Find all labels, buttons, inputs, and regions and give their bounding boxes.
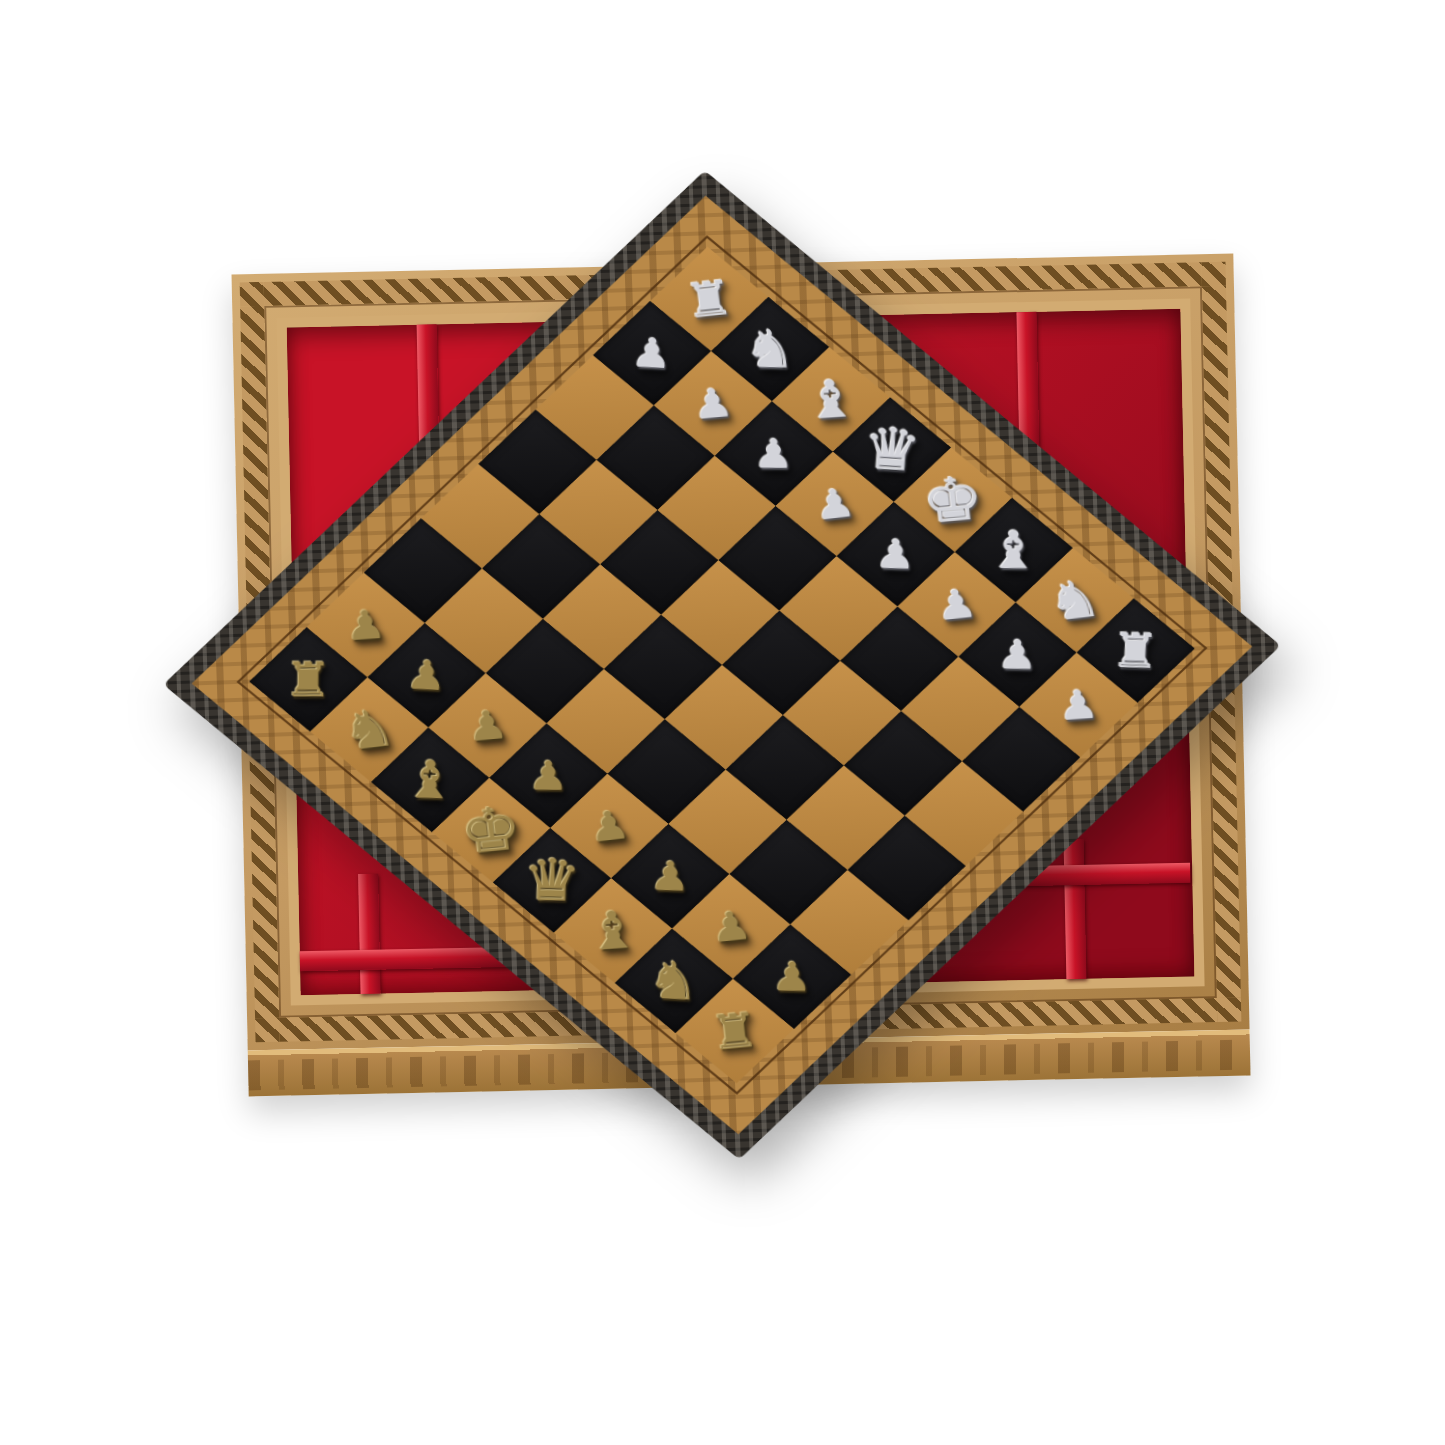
chess-board: ♜♞♝♛♚♝♞♜♟♟♟♟♟♟♟♟♟♟♟♟♟♟♟♟♜♞♝♚♛♝♞♜ (315, 301, 1130, 1028)
board-grid: ♜♞♝♛♚♝♞♜♟♟♟♟♟♟♟♟♟♟♟♟♟♟♟♟♜♞♝♚♛♝♞♜ (249, 247, 1194, 1084)
board-border-band: ♜♞♝♛♚♝♞♜♟♟♟♟♟♟♟♟♟♟♟♟♟♟♟♟♜♞♝♚♛♝♞♜ (192, 196, 1252, 1134)
product-photo: ♜♞♝♛♚♝♞♜♟♟♟♟♟♟♟♟♟♟♟♟♟♟♟♟♜♞♝♚♛♝♞♜ (0, 0, 1445, 1445)
board-border-line: ♜♞♝♛♚♝♞♜♟♟♟♟♟♟♟♟♟♟♟♟♟♟♟♟♜♞♝♚♛♝♞♜ (236, 235, 1207, 1094)
black-rook[interactable]: ♜ (689, 990, 781, 1072)
